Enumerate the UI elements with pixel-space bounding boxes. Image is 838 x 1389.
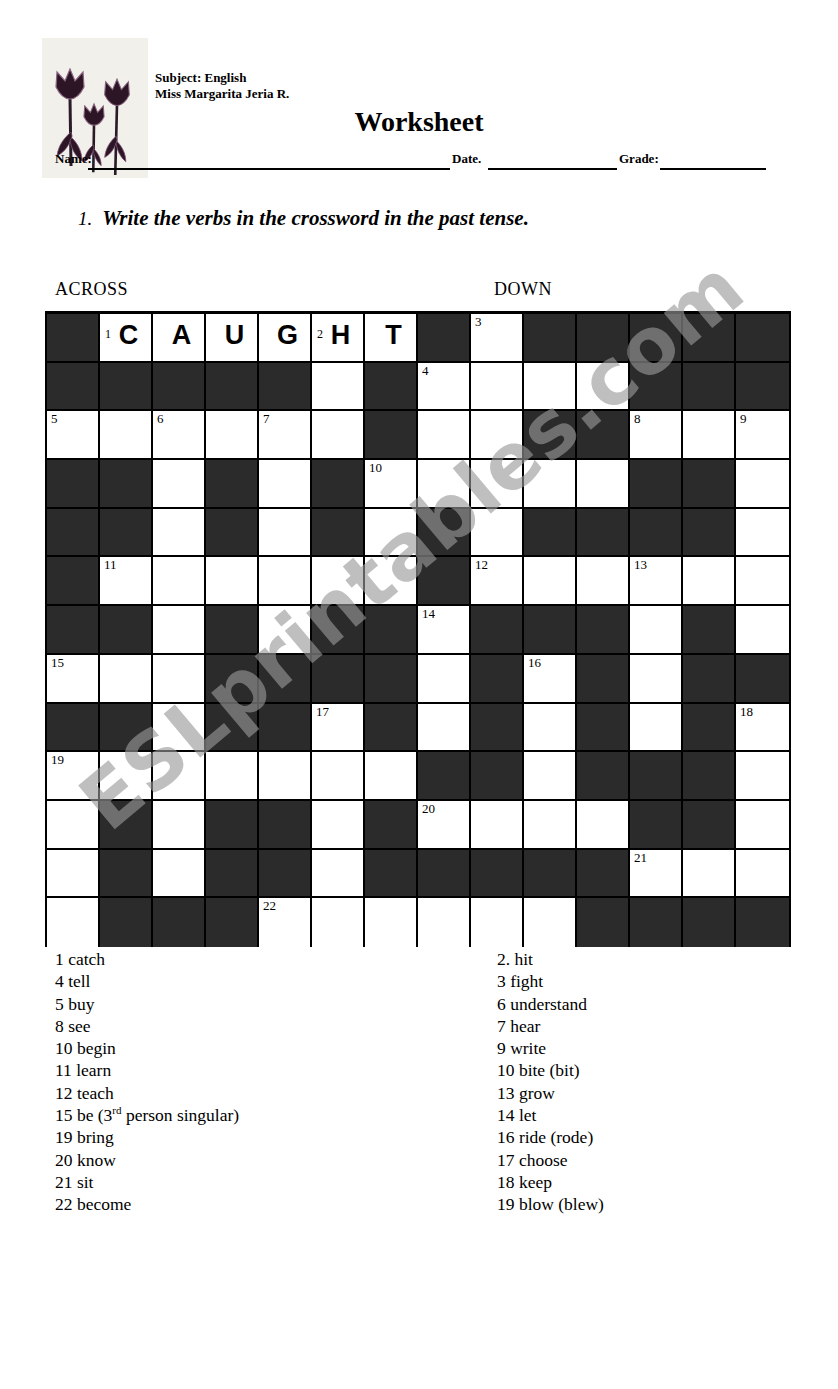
grid-block-cell xyxy=(683,801,736,850)
clue-number: 22 xyxy=(263,899,276,913)
clue-across-3: 5 buy xyxy=(55,993,475,1015)
grid-block-cell xyxy=(471,655,524,704)
grid-block-cell xyxy=(577,509,630,558)
grid-block-cell xyxy=(524,606,577,655)
clue-number: 12 xyxy=(475,558,488,572)
grid-cell[interactable] xyxy=(365,509,418,558)
grid-cell[interactable] xyxy=(736,850,789,899)
grid-cell[interactable] xyxy=(312,411,365,460)
worksheet-page: Subject: English Miss Margarita Jeria R.… xyxy=(0,0,838,1389)
grid-cell[interactable] xyxy=(471,363,524,412)
grid-block-cell xyxy=(577,898,630,947)
grid-cell[interactable] xyxy=(153,801,206,850)
grid-block-cell xyxy=(630,314,683,363)
clue-down-6: 10 bite (bit) xyxy=(497,1059,827,1081)
grid-block-cell xyxy=(47,460,100,509)
grid-cell[interactable]: G xyxy=(259,314,312,363)
grid-block-cell xyxy=(524,314,577,363)
grid-cell[interactable] xyxy=(312,898,365,947)
grid-cell[interactable] xyxy=(418,411,471,460)
grid-cell[interactable]: 1C xyxy=(100,314,153,363)
clue-number: 17 xyxy=(316,705,329,719)
grid-block-cell xyxy=(630,509,683,558)
grid-cell[interactable] xyxy=(736,752,789,801)
grid-block-cell xyxy=(206,363,259,412)
grid-cell[interactable] xyxy=(524,801,577,850)
grid-block-cell xyxy=(312,509,365,558)
grid-block-cell xyxy=(100,460,153,509)
grid-block-cell xyxy=(471,850,524,899)
grid-cell[interactable] xyxy=(471,509,524,558)
grid-block-cell xyxy=(471,606,524,655)
clue-number: 21 xyxy=(634,851,647,865)
clue-down-10: 17 choose xyxy=(497,1149,827,1171)
date-input-line[interactable] xyxy=(488,151,617,170)
grid-block-cell xyxy=(736,363,789,412)
clue-down-3: 6 understand xyxy=(497,993,827,1015)
grid-block-cell xyxy=(577,314,630,363)
grid-cell[interactable] xyxy=(259,606,312,655)
grid-cell[interactable] xyxy=(153,509,206,558)
grid-block-cell xyxy=(206,509,259,558)
grid-cell[interactable] xyxy=(259,557,312,606)
clue-number: 4 xyxy=(422,364,429,378)
clue-number: 14 xyxy=(422,607,435,621)
grid-block-cell xyxy=(524,411,577,460)
grid-block-cell xyxy=(153,363,206,412)
clue-number: 19 xyxy=(51,753,64,767)
clue-across-4: 8 see xyxy=(55,1015,475,1037)
grid-letter: G xyxy=(259,320,310,350)
grid-block-cell xyxy=(365,850,418,899)
grid-cell[interactable]: 21 xyxy=(630,850,683,899)
grid-cell[interactable] xyxy=(47,801,100,850)
grid-block-cell xyxy=(47,509,100,558)
grid-cell[interactable] xyxy=(736,606,789,655)
grid-block-cell xyxy=(153,898,206,947)
grid-block-cell xyxy=(577,606,630,655)
grid-cell[interactable] xyxy=(524,704,577,753)
clue-number: 6 xyxy=(157,412,164,426)
grid-block-cell xyxy=(47,606,100,655)
grid-cell[interactable]: 8 xyxy=(630,411,683,460)
grid-block-cell xyxy=(683,606,736,655)
grid-cell[interactable] xyxy=(312,801,365,850)
grid-cell[interactable]: T xyxy=(365,314,418,363)
grid-cell[interactable]: 10 xyxy=(365,460,418,509)
clue-across-9: 19 bring xyxy=(55,1126,475,1148)
clue-down-2: 3 fight xyxy=(497,970,827,992)
grid-cell[interactable] xyxy=(630,704,683,753)
grid-block-cell xyxy=(259,704,312,753)
crossword-grid: 1CAUG2HT34567891011121314151617181920212… xyxy=(45,311,791,947)
grid-block-cell xyxy=(736,314,789,363)
name-label: Name: xyxy=(55,151,92,167)
grid-block-cell xyxy=(418,557,471,606)
grid-block-cell xyxy=(418,752,471,801)
clues-across-list: 1 catch4 tell5 buy8 see10 begin11 learn1… xyxy=(55,948,475,1216)
grid-cell[interactable] xyxy=(524,363,577,412)
clue-number: 20 xyxy=(422,802,435,816)
grid-block-cell xyxy=(47,363,100,412)
clue-number: 10 xyxy=(369,461,382,475)
grid-cell[interactable] xyxy=(471,898,524,947)
grid-cell[interactable]: 9 xyxy=(736,411,789,460)
grid-block-cell xyxy=(736,655,789,704)
grid-block-cell xyxy=(312,606,365,655)
grid-cell[interactable] xyxy=(153,460,206,509)
grid-cell[interactable] xyxy=(259,460,312,509)
grid-cell[interactable] xyxy=(312,363,365,412)
clue-down-4: 7 hear xyxy=(497,1015,827,1037)
grid-block-cell xyxy=(630,898,683,947)
grid-block-cell xyxy=(206,606,259,655)
grid-cell[interactable] xyxy=(47,898,100,947)
grid-block-cell xyxy=(630,363,683,412)
grid-cell[interactable] xyxy=(100,655,153,704)
clue-across-7: 12 teach xyxy=(55,1082,475,1104)
grid-cell[interactable] xyxy=(524,898,577,947)
grid-cell[interactable] xyxy=(153,850,206,899)
grid-block-cell xyxy=(683,314,736,363)
grid-block-cell xyxy=(471,752,524,801)
grid-cell[interactable] xyxy=(206,411,259,460)
grid-cell[interactable] xyxy=(577,557,630,606)
teacher-name-line: Miss Margarita Jeria R. xyxy=(155,86,289,102)
grid-cell[interactable] xyxy=(153,752,206,801)
grid-block-cell xyxy=(577,411,630,460)
grid-block-cell xyxy=(365,606,418,655)
grid-block-cell xyxy=(683,752,736,801)
clue-number: 9 xyxy=(740,412,747,426)
grade-label: Grade: xyxy=(619,151,659,167)
grid-block-cell xyxy=(683,898,736,947)
grid-cell[interactable] xyxy=(365,752,418,801)
grid-block-cell xyxy=(630,752,683,801)
grid-block-cell xyxy=(100,509,153,558)
grid-cell[interactable]: 12 xyxy=(471,557,524,606)
clue-number: 16 xyxy=(528,656,541,670)
grid-block-cell xyxy=(259,363,312,412)
grid-cell[interactable]: 6 xyxy=(153,411,206,460)
grid-cell[interactable] xyxy=(577,460,630,509)
grid-block-cell xyxy=(259,655,312,704)
grid-cell[interactable] xyxy=(630,606,683,655)
grid-block-cell xyxy=(365,704,418,753)
grid-cell[interactable] xyxy=(47,850,100,899)
grid-cell[interactable]: 14 xyxy=(418,606,471,655)
grid-block-cell xyxy=(736,898,789,947)
clue-across-6: 11 learn xyxy=(55,1059,475,1081)
grid-cell[interactable] xyxy=(259,509,312,558)
grid-block-cell xyxy=(47,704,100,753)
grid-cell[interactable]: U xyxy=(206,314,259,363)
grid-cell[interactable]: 15 xyxy=(47,655,100,704)
clue-number: 1 xyxy=(105,327,111,341)
grid-cell[interactable] xyxy=(736,509,789,558)
subject-block: Subject: English Miss Margarita Jeria R. xyxy=(155,70,289,101)
exercise-instruction: 1.Write the verbs in the crossword in th… xyxy=(78,206,529,231)
clue-across-5: 10 begin xyxy=(55,1037,475,1059)
grid-block-cell xyxy=(418,850,471,899)
grid-cell[interactable] xyxy=(471,801,524,850)
grid-cell[interactable] xyxy=(683,557,736,606)
grid-cell[interactable] xyxy=(577,363,630,412)
clue-across-8: 15 be (3rd person singular) xyxy=(55,1104,475,1126)
grid-cell[interactable] xyxy=(524,752,577,801)
grid-block-cell xyxy=(206,704,259,753)
grid-cell[interactable] xyxy=(153,606,206,655)
grid-block-cell xyxy=(577,850,630,899)
clue-number: 15 xyxy=(51,656,64,670)
grid-cell[interactable] xyxy=(630,655,683,704)
grid-block-cell xyxy=(100,850,153,899)
grid-cell[interactable] xyxy=(736,460,789,509)
grid-block-cell xyxy=(418,509,471,558)
clue-across-10: 20 know xyxy=(55,1149,475,1171)
grid-block-cell xyxy=(100,606,153,655)
clue-number: 3 xyxy=(475,315,482,329)
clue-number: 5 xyxy=(51,412,58,426)
subject-line: Subject: English xyxy=(155,70,289,86)
page-title: Worksheet xyxy=(0,106,838,138)
grid-block-cell xyxy=(100,898,153,947)
clues-down-list: 2. hit3 fight6 understand7 hear9 write10… xyxy=(497,948,827,1216)
grid-cell[interactable]: A xyxy=(153,314,206,363)
clue-across-2: 4 tell xyxy=(55,970,475,992)
grid-block-cell xyxy=(577,752,630,801)
grid-letter: A xyxy=(153,320,204,350)
clue-down-8: 14 let xyxy=(497,1104,827,1126)
grid-block-cell xyxy=(312,655,365,704)
grid-cell[interactable]: 7 xyxy=(259,411,312,460)
grid-cell[interactable] xyxy=(418,655,471,704)
exercise-text: Write the verbs in the crossword in the … xyxy=(102,206,529,230)
grid-cell[interactable]: 16 xyxy=(524,655,577,704)
grid-letter: T xyxy=(365,320,416,350)
grid-cell[interactable] xyxy=(736,801,789,850)
clue-number: 2 xyxy=(317,327,323,341)
grid-cell[interactable] xyxy=(153,655,206,704)
grid-cell[interactable] xyxy=(312,850,365,899)
clue-number: 7 xyxy=(263,412,270,426)
down-header: DOWN xyxy=(494,279,552,300)
grid-block-cell xyxy=(206,460,259,509)
grid-block-cell xyxy=(683,704,736,753)
clue-down-12: 19 blow (blew) xyxy=(497,1193,827,1215)
grid-block-cell xyxy=(524,509,577,558)
grid-block-cell xyxy=(683,509,736,558)
grid-cell[interactable]: 13 xyxy=(630,557,683,606)
grid-block-cell xyxy=(365,655,418,704)
grid-cell[interactable] xyxy=(418,460,471,509)
grade-input-line[interactable] xyxy=(660,151,766,170)
clue-down-11: 18 keep xyxy=(497,1171,827,1193)
grid-block-cell xyxy=(100,801,153,850)
grid-cell[interactable]: 3 xyxy=(471,314,524,363)
grid-block-cell xyxy=(259,850,312,899)
grid-cell[interactable]: 2H xyxy=(312,314,365,363)
grid-block-cell xyxy=(312,460,365,509)
grid-cell[interactable] xyxy=(577,801,630,850)
grid-block-cell xyxy=(206,898,259,947)
exercise-number: 1. xyxy=(78,208,92,229)
grid-block-cell xyxy=(524,850,577,899)
grid-block-cell xyxy=(206,801,259,850)
date-label: Date. xyxy=(452,151,481,167)
grid-cell[interactable]: 18 xyxy=(736,704,789,753)
grid-block-cell xyxy=(259,801,312,850)
grid-block-cell xyxy=(47,557,100,606)
grid-block-cell xyxy=(206,655,259,704)
grid-cell[interactable] xyxy=(153,557,206,606)
clue-number: 11 xyxy=(104,558,117,572)
clue-number: 8 xyxy=(634,412,641,426)
grid-cell[interactable] xyxy=(206,752,259,801)
clue-across-1: 1 catch xyxy=(55,948,475,970)
grid-cell[interactable] xyxy=(418,898,471,947)
grid-letter: U xyxy=(206,320,257,350)
grid-block-cell xyxy=(365,363,418,412)
grid-cell[interactable] xyxy=(471,411,524,460)
grid-cell[interactable]: 22 xyxy=(259,898,312,947)
grid-block-cell xyxy=(100,704,153,753)
grid-cell[interactable] xyxy=(259,752,312,801)
grid-cell[interactable]: 11 xyxy=(100,557,153,606)
grid-cell[interactable] xyxy=(524,460,577,509)
grid-block-cell xyxy=(47,314,100,363)
grid-cell[interactable] xyxy=(153,704,206,753)
grid-block-cell xyxy=(683,363,736,412)
name-input-line[interactable] xyxy=(88,151,450,170)
grid-block-cell xyxy=(577,704,630,753)
grid-cell[interactable] xyxy=(736,557,789,606)
clue-number: 13 xyxy=(634,558,647,572)
grid-block-cell xyxy=(365,801,418,850)
grid-block-cell xyxy=(206,850,259,899)
grid-cell[interactable] xyxy=(312,752,365,801)
grid-cell[interactable] xyxy=(683,411,736,460)
grid-block-cell xyxy=(683,655,736,704)
grid-cell[interactable]: 17 xyxy=(312,704,365,753)
grid-cell[interactable] xyxy=(365,898,418,947)
grid-cell[interactable] xyxy=(100,752,153,801)
grid-cell[interactable] xyxy=(524,557,577,606)
grid-cell[interactable] xyxy=(100,411,153,460)
grid-block-cell xyxy=(630,460,683,509)
clue-across-12: 22 become xyxy=(55,1193,475,1215)
grid-cell[interactable]: 20 xyxy=(418,801,471,850)
grid-cell[interactable] xyxy=(683,850,736,899)
across-header: ACROSS xyxy=(55,279,128,300)
grid-cell[interactable]: 4 xyxy=(418,363,471,412)
clue-number: 18 xyxy=(740,705,753,719)
grid-block-cell xyxy=(471,704,524,753)
grid-block-cell xyxy=(683,460,736,509)
grid-block-cell xyxy=(365,411,418,460)
grid-block-cell xyxy=(577,655,630,704)
grid-block-cell xyxy=(418,314,471,363)
clue-across-11: 21 sit xyxy=(55,1171,475,1193)
grid-cell[interactable] xyxy=(418,704,471,753)
grid-cell[interactable] xyxy=(471,460,524,509)
clue-down-7: 13 grow xyxy=(497,1082,827,1104)
clue-down-1: 2. hit xyxy=(497,948,827,970)
grid-cell[interactable]: 5 xyxy=(47,411,100,460)
clue-down-5: 9 write xyxy=(497,1037,827,1059)
grid-cell[interactable] xyxy=(206,557,259,606)
grid-block-cell xyxy=(100,363,153,412)
clue-down-9: 16 ride (rode) xyxy=(497,1126,827,1148)
grid-block-cell xyxy=(630,801,683,850)
grid-cell[interactable] xyxy=(312,557,365,606)
grid-cell[interactable]: 19 xyxy=(47,752,100,801)
grid-cell[interactable] xyxy=(365,557,418,606)
